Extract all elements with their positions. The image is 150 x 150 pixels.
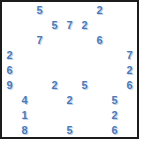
cell-r4c5[interactable] (62, 47, 78, 63)
cell-r1c8[interactable] (107, 2, 123, 18)
cell-r8c7[interactable] (92, 107, 108, 123)
cell-r4c4[interactable] (47, 47, 63, 63)
cell-r2c1[interactable] (2, 17, 18, 33)
sudoku-page: 52572762762925642512856 (0, 0, 150, 150)
cell-r7c8[interactable]: 5 (107, 92, 123, 108)
cell-r8c9[interactable] (122, 107, 137, 123)
cell-r4c9[interactable]: 7 (122, 47, 137, 63)
cell-r9c4[interactable] (47, 122, 63, 137)
cell-r4c7[interactable] (92, 47, 108, 63)
cell-r8c2[interactable]: 1 (17, 107, 33, 123)
cell-r8c8[interactable]: 2 (107, 107, 123, 123)
cell-r9c9[interactable] (122, 122, 137, 137)
cell-r5c2[interactable] (17, 62, 33, 78)
cell-r7c9[interactable] (122, 92, 137, 108)
cell-r7c2[interactable]: 4 (17, 92, 33, 108)
cell-r1c4[interactable] (47, 2, 63, 18)
cell-r7c1[interactable] (2, 92, 18, 108)
cell-r5c1[interactable]: 6 (2, 62, 18, 78)
cell-r4c2[interactable] (17, 47, 33, 63)
cell-r1c1[interactable] (2, 2, 18, 18)
cell-r2c7[interactable] (92, 17, 108, 33)
cell-r5c9[interactable]: 2 (122, 62, 137, 78)
cell-r9c2[interactable]: 8 (17, 122, 33, 137)
cell-r2c2[interactable] (17, 17, 33, 33)
cell-r5c8[interactable] (107, 62, 123, 78)
cell-r1c5[interactable] (62, 2, 78, 18)
cell-r8c4[interactable] (47, 107, 63, 123)
cell-r5c7[interactable] (92, 62, 108, 78)
cell-r5c4[interactable] (47, 62, 63, 78)
cell-r5c5[interactable] (62, 62, 78, 78)
cell-r2c9[interactable] (122, 17, 137, 33)
cell-r9c5[interactable]: 5 (62, 122, 78, 137)
cell-r9c8[interactable]: 6 (107, 122, 123, 137)
cell-r8c1[interactable] (2, 107, 18, 123)
cell-r1c2[interactable] (17, 2, 33, 18)
cell-r2c4[interactable]: 5 (47, 17, 63, 33)
cell-r4c8[interactable] (107, 47, 123, 63)
sudoku-board: 52572762762925642512856 (0, 0, 139, 139)
cell-r7c4[interactable] (47, 92, 63, 108)
cell-r2c5[interactable]: 7 (62, 17, 78, 33)
cell-r1c9[interactable] (122, 2, 137, 18)
cell-r2c8[interactable] (107, 17, 123, 33)
cell-r1c7[interactable]: 2 (92, 2, 108, 18)
cell-r8c5[interactable] (62, 107, 78, 123)
cell-r9c7[interactable] (92, 122, 108, 137)
cell-r4c1[interactable]: 2 (2, 47, 18, 63)
cell-r7c5[interactable]: 2 (62, 92, 78, 108)
cell-r7c7[interactable] (92, 92, 108, 108)
cell-r9c1[interactable] (2, 122, 18, 137)
